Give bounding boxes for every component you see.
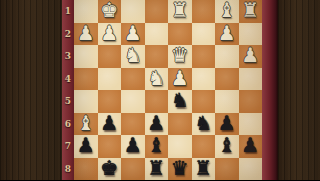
square-g6[interactable]: ♟: [98, 113, 122, 136]
board-frame-left-rank-labels: 12345678: [62, 0, 74, 180]
square-d2[interactable]: [168, 23, 192, 46]
black-rook-e8[interactable]: ♜: [147, 157, 165, 179]
black-queen-d8[interactable]: ♛: [171, 157, 189, 179]
black-rook-c8[interactable]: ♜: [194, 157, 212, 179]
square-a4[interactable]: [239, 68, 263, 91]
square-f3[interactable]: ♞: [121, 45, 145, 68]
black-pawn-e6[interactable]: ♟: [147, 112, 165, 134]
square-a6[interactable]: [239, 113, 263, 136]
square-g1[interactable]: ♚: [98, 0, 122, 23]
square-b8[interactable]: [215, 158, 239, 181]
square-e8[interactable]: ♜: [145, 158, 169, 181]
square-b2[interactable]: ♟: [215, 23, 239, 46]
white-pawn-a3[interactable]: ♟: [241, 44, 259, 66]
square-a5[interactable]: [239, 90, 263, 113]
rank-label-7: 7: [62, 135, 74, 158]
square-d1[interactable]: ♜: [168, 0, 192, 23]
square-e4[interactable]: ♞: [145, 68, 169, 91]
square-b3[interactable]: [215, 45, 239, 68]
square-h4[interactable]: [74, 68, 98, 91]
square-a2[interactable]: [239, 23, 263, 46]
rank-label-2: 2: [62, 23, 74, 46]
rank-label-3: 3: [62, 45, 74, 68]
square-c3[interactable]: [192, 45, 216, 68]
square-f4[interactable]: [121, 68, 145, 91]
white-bishop-h6[interactable]: ♝: [77, 112, 95, 134]
square-g3[interactable]: [98, 45, 122, 68]
square-a1[interactable]: ♜: [239, 0, 263, 23]
square-g5[interactable]: [98, 90, 122, 113]
square-g2[interactable]: ♟: [98, 23, 122, 46]
square-h5[interactable]: [74, 90, 98, 113]
black-pawn-h7[interactable]: ♟: [77, 134, 95, 156]
square-d6[interactable]: [168, 113, 192, 136]
board-frame-right: [262, 0, 278, 180]
square-f7[interactable]: ♟: [121, 135, 145, 158]
square-e2[interactable]: [145, 23, 169, 46]
square-e7[interactable]: ♝: [145, 135, 169, 158]
square-f2[interactable]: ♟: [121, 23, 145, 46]
square-g7[interactable]: [98, 135, 122, 158]
white-pawn-h2[interactable]: ♟: [77, 22, 95, 44]
black-pawn-f7[interactable]: ♟: [124, 134, 142, 156]
square-h1[interactable]: [74, 0, 98, 23]
square-b7[interactable]: ♝: [215, 135, 239, 158]
square-h7[interactable]: ♟: [74, 135, 98, 158]
chess-video-frame: 12345678 ♚♜♝♜♟♟♟♟♞♛♟♞♟♞♝♟♟♞♟♟♟♝♝♟♚♜♛♜: [0, 0, 320, 180]
square-c4[interactable]: [192, 68, 216, 91]
black-bishop-e7[interactable]: ♝: [147, 134, 165, 156]
square-h2[interactable]: ♟: [74, 23, 98, 46]
square-d5[interactable]: ♞: [168, 90, 192, 113]
black-pawn-g6[interactable]: ♟: [100, 112, 118, 134]
white-king-g1[interactable]: ♚: [100, 0, 118, 21]
square-h3[interactable]: [74, 45, 98, 68]
black-pawn-a7[interactable]: ♟: [241, 134, 259, 156]
chess-board[interactable]: ♚♜♝♜♟♟♟♟♞♛♟♞♟♞♝♟♟♞♟♟♟♝♝♟♚♜♛♜: [74, 0, 262, 180]
black-knight-d5[interactable]: ♞: [171, 89, 189, 111]
rank-label-1: 1: [62, 0, 74, 23]
square-e1[interactable]: [145, 0, 169, 23]
square-c8[interactable]: ♜: [192, 158, 216, 181]
square-e6[interactable]: ♟: [145, 113, 169, 136]
square-h8[interactable]: [74, 158, 98, 181]
black-bishop-b7[interactable]: ♝: [218, 134, 236, 156]
square-a7[interactable]: ♟: [239, 135, 263, 158]
black-knight-c6[interactable]: ♞: [194, 112, 212, 134]
square-c5[interactable]: [192, 90, 216, 113]
white-rook-d1[interactable]: ♜: [171, 0, 189, 21]
black-pawn-b6[interactable]: ♟: [218, 112, 236, 134]
square-a3[interactable]: ♟: [239, 45, 263, 68]
square-f8[interactable]: [121, 158, 145, 181]
rank-label-4: 4: [62, 68, 74, 91]
black-king-g8[interactable]: ♚: [100, 157, 118, 179]
square-g8[interactable]: ♚: [98, 158, 122, 181]
square-d7[interactable]: [168, 135, 192, 158]
white-pawn-b2[interactable]: ♟: [218, 22, 236, 44]
rank-label-6: 6: [62, 113, 74, 136]
square-h6[interactable]: ♝: [74, 113, 98, 136]
square-b5[interactable]: [215, 90, 239, 113]
square-e5[interactable]: [145, 90, 169, 113]
square-f5[interactable]: [121, 90, 145, 113]
square-c6[interactable]: ♞: [192, 113, 216, 136]
square-a8[interactable]: [239, 158, 263, 181]
square-d4[interactable]: ♟: [168, 68, 192, 91]
white-pawn-d4[interactable]: ♟: [171, 67, 189, 89]
square-d3[interactable]: ♛: [168, 45, 192, 68]
rank-label-5: 5: [62, 90, 74, 113]
white-pawn-g2[interactable]: ♟: [100, 22, 118, 44]
wood-background-right: [277, 0, 320, 180]
wood-background-left: [0, 0, 64, 180]
square-c1[interactable]: [192, 0, 216, 23]
white-knight-e4[interactable]: ♞: [147, 67, 165, 89]
square-b4[interactable]: [215, 68, 239, 91]
white-bishop-b1[interactable]: ♝: [218, 0, 236, 21]
square-g4[interactable]: [98, 68, 122, 91]
square-c2[interactable]: [192, 23, 216, 46]
white-queen-d3[interactable]: ♛: [171, 44, 189, 66]
square-b6[interactable]: ♟: [215, 113, 239, 136]
square-b1[interactable]: ♝: [215, 0, 239, 23]
square-c7[interactable]: [192, 135, 216, 158]
rank-label-8: 8: [62, 158, 74, 181]
square-d8[interactable]: ♛: [168, 158, 192, 181]
square-f6[interactable]: [121, 113, 145, 136]
white-pawn-f2[interactable]: ♟: [124, 22, 142, 44]
white-knight-f3[interactable]: ♞: [124, 44, 142, 66]
square-f1[interactable]: [121, 0, 145, 23]
square-e3[interactable]: [145, 45, 169, 68]
white-rook-a1[interactable]: ♜: [241, 0, 259, 21]
